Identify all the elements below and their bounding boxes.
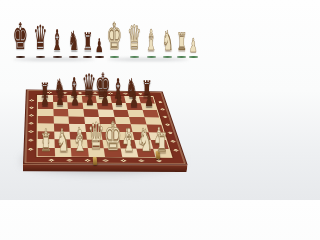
- square-d2: [86, 140, 103, 148]
- board-side-front: [23, 164, 188, 172]
- square-d3: [85, 132, 102, 140]
- brass-latch-icon: [93, 157, 98, 165]
- dark-knight-icon: ♞: [68, 28, 79, 55]
- square-b4: [53, 124, 69, 132]
- dark-pieces-lineup: ♚♛♝♞♜♟: [10, 16, 98, 58]
- light-king-display-piece: ♚: [104, 32, 125, 58]
- light-king-icon: ♚: [107, 18, 122, 55]
- chess-board: [23, 90, 188, 165]
- brass-latch-icon: [156, 151, 161, 159]
- square-a1: [38, 148, 55, 157]
- square-d4: [85, 124, 102, 132]
- square-f3: [117, 132, 134, 140]
- square-c2: [70, 139, 87, 147]
- dark-queen-display-piece: ♛: [31, 34, 50, 58]
- light-pawn-icon: ♟: [190, 36, 198, 55]
- dark-bishop-display-piece: ♝: [49, 37, 65, 58]
- square-e3: [101, 132, 118, 140]
- light-rook-display-piece: ♜: [175, 40, 188, 58]
- border-ornaments-top: [39, 91, 151, 95]
- light-rook-icon: ♜: [177, 31, 187, 55]
- square-h4: [146, 124, 164, 132]
- square-e4: [100, 124, 117, 132]
- square-f7: [111, 103, 127, 110]
- square-d1: [87, 148, 105, 157]
- chess-set-photo: ♚♛♝♞♜♟ ♚♛♝♞♜♟ ♜♞♝♛♚♝♞♜♟♟♟♟♟♟♟♟♟♟♟♟♟♟♟♟♜♞…: [0, 0, 200, 200]
- light-knight-display-piece: ♞: [160, 38, 175, 58]
- square-a5: [38, 116, 54, 124]
- square-c5: [68, 116, 84, 124]
- dark-king-icon: ♚: [13, 18, 28, 55]
- light-bishop-icon: ♝: [145, 26, 157, 55]
- border-ornaments-bottom: [39, 158, 172, 163]
- square-b1: [54, 148, 71, 157]
- square-a4: [38, 123, 54, 131]
- square-b3: [54, 131, 70, 139]
- dark-rook-icon: ♜: [83, 31, 93, 55]
- square-c4: [69, 124, 85, 132]
- square-b2: [54, 139, 71, 148]
- square-a2: [38, 139, 55, 148]
- dark-rook-display-piece: ♜: [81, 40, 94, 58]
- square-b7: [53, 102, 68, 109]
- dark-knight-display-piece: ♞: [66, 38, 81, 58]
- square-f1: [120, 148, 138, 157]
- dark-queen-icon: ♛: [33, 21, 47, 55]
- square-e1: [104, 148, 122, 157]
- light-queen-display-piece: ♛: [125, 34, 144, 58]
- light-queen-icon: ♛: [127, 21, 141, 55]
- square-a3: [38, 131, 54, 139]
- square-f4: [115, 124, 132, 132]
- square-c1: [71, 148, 88, 157]
- board-side-left: [23, 90, 26, 172]
- light-knight-icon: ♞: [162, 28, 173, 55]
- square-f2: [118, 140, 136, 148]
- square-b5: [53, 116, 69, 124]
- dark-pawn-icon: ♟: [96, 36, 104, 55]
- square-c3: [70, 131, 87, 139]
- border-ornaments-left: [27, 95, 35, 155]
- board-grid: [38, 95, 172, 157]
- light-pawn-display-piece: ♟: [188, 43, 199, 58]
- dark-bishop-icon: ♝: [51, 26, 63, 55]
- square-h2: [150, 140, 168, 148]
- dark-king-display-piece: ♚: [10, 32, 31, 58]
- square-e2: [102, 140, 120, 148]
- light-pieces-lineup: ♚♛♝♞♜♟: [104, 16, 192, 58]
- light-bishop-display-piece: ♝: [143, 37, 159, 58]
- square-h3: [148, 132, 166, 140]
